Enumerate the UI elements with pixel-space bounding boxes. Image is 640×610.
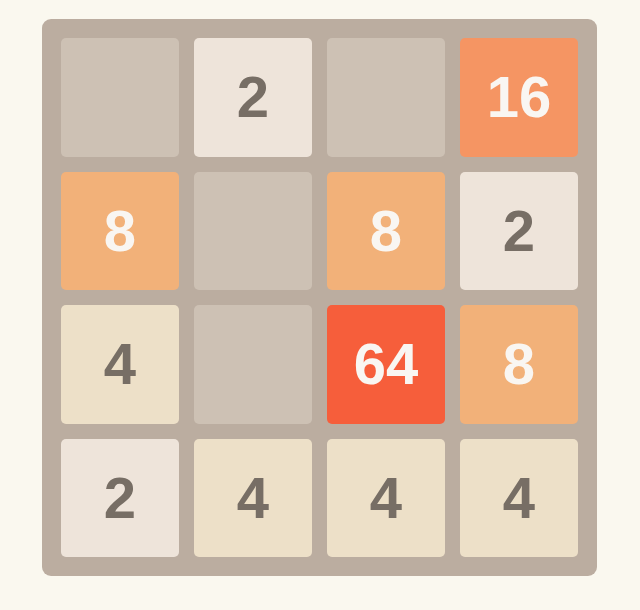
tile-4-r3c2: 4	[327, 439, 445, 558]
empty-cell-r2c1	[194, 305, 312, 424]
tile-2-r0c1: 2	[194, 38, 312, 157]
tile-16-r0c3: 16	[460, 38, 578, 157]
empty-cell-r1c1	[194, 172, 312, 291]
tile-64-r2c2: 64	[327, 305, 445, 424]
empty-cell-r0c0	[61, 38, 179, 157]
tile-8-r1c2: 8	[327, 172, 445, 291]
tile-2-r3c0: 2	[61, 439, 179, 558]
board-2048[interactable]: 21688246482444	[42, 19, 597, 576]
tile-8-r1c0: 8	[61, 172, 179, 291]
tile-4-r3c1: 4	[194, 439, 312, 558]
tile-4-r3c3: 4	[460, 439, 578, 558]
tile-8-r2c3: 8	[460, 305, 578, 424]
empty-cell-r0c2	[327, 38, 445, 157]
tile-4-r2c0: 4	[61, 305, 179, 424]
tile-2-r1c3: 2	[460, 172, 578, 291]
